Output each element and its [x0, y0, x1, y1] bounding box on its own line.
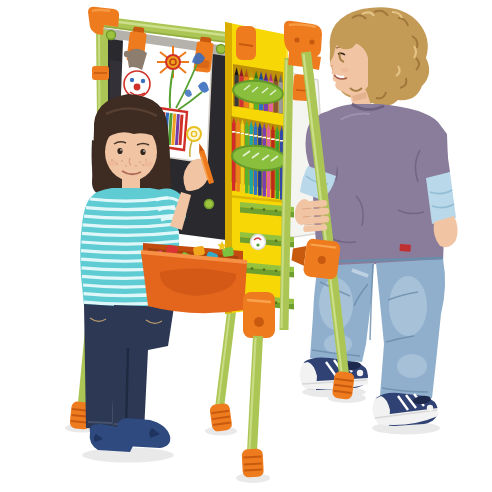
panel-hook: [236, 26, 256, 60]
girl-shoe-front: [118, 418, 171, 448]
marker-cap: [249, 125, 253, 134]
freckle: [145, 159, 147, 161]
storage-tray: [141, 241, 247, 313]
freckle: [116, 163, 118, 165]
freckle: [125, 165, 127, 167]
freckle: [121, 160, 123, 162]
panel-sticker: [251, 235, 266, 250]
girl-jeans-left: [84, 304, 116, 430]
marker-cap: [262, 128, 266, 137]
boy: [293, 7, 458, 426]
easel-foot-rear-left: [209, 403, 233, 433]
marker-cap: [267, 129, 271, 138]
freckle: [142, 164, 144, 166]
step-hole: [275, 239, 278, 242]
marker-band: [271, 138, 275, 140]
marker-band: [258, 136, 262, 138]
easel-foot-front-right: [242, 448, 264, 477]
freckle: [111, 159, 113, 161]
marker-band: [236, 132, 240, 134]
hinge-bracket: [290, 236, 341, 279]
boy-grip-fingers: [300, 200, 329, 233]
board-knob: [217, 45, 226, 54]
easel-foot-rear-right: [332, 371, 355, 400]
step-hole: [251, 207, 254, 210]
marker-cap: [258, 127, 262, 136]
easel-rear-left-leg: [209, 300, 233, 432]
step-hole: [275, 209, 278, 212]
freckle: [135, 165, 137, 167]
marker-band: [249, 134, 253, 136]
shirt-tag: [400, 244, 411, 252]
marker-band: [267, 138, 271, 140]
board-knob: [107, 31, 116, 40]
marker-cap: [232, 122, 236, 131]
marker-band: [254, 135, 258, 137]
step-hole: [251, 267, 254, 270]
step-hole: [275, 269, 278, 272]
freckle: [139, 161, 141, 163]
marker-cap: [254, 126, 258, 135]
vase-stripe: [173, 114, 175, 145]
step-hole: [263, 208, 266, 211]
marker-cap: [245, 125, 249, 134]
scene-canvas: [0, 0, 492, 492]
marker-cap: [271, 129, 275, 138]
marker-cap: [236, 123, 240, 132]
marker-cap: [241, 124, 245, 133]
marker-band: [280, 140, 284, 142]
vase-stripe: [180, 115, 182, 145]
marker-band: [232, 131, 236, 133]
product-photo: [0, 0, 492, 492]
boy-face: [330, 41, 368, 96]
marker-band: [241, 133, 245, 135]
marker-band: [276, 139, 280, 141]
easel-front-right-leg: [242, 292, 275, 478]
marker-cap: [280, 131, 284, 140]
marker-cap: [276, 130, 280, 139]
boy-sneaker-right: [373, 393, 439, 426]
board-knob: [205, 200, 214, 209]
step-hole: [263, 268, 266, 271]
marker-band: [262, 137, 266, 139]
vase-stripe: [169, 113, 171, 145]
girl-jeans-right: [112, 305, 174, 432]
marker-band: [245, 134, 249, 136]
boy-right-sleeve: [422, 122, 450, 180]
step-hole: [275, 301, 278, 304]
vase-stripe: [176, 114, 178, 145]
